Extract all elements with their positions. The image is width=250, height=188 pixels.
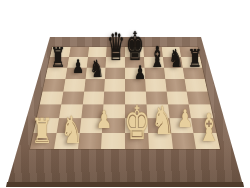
piece-white-king-e1[interactable]: ♚: [124, 101, 150, 147]
piece-white-pawn-g2[interactable]: ♟: [177, 107, 193, 131]
piece-black-rook-h8[interactable]: ♜: [188, 47, 202, 72]
piece-black-king-e8[interactable]: ♚: [126, 26, 144, 66]
square-d4[interactable]: [104, 91, 125, 104]
piece-black-pawn-b7[interactable]: ♟: [72, 57, 84, 76]
chessboard-product-photo: ♜♟♞♛♚♝♞♜♟♜♞♟♚♞♟♝: [0, 0, 250, 188]
piece-black-queen-d8[interactable]: ♛: [107, 28, 125, 66]
piece-black-knight-g8[interactable]: ♞: [169, 47, 183, 72]
square-d5[interactable]: [104, 79, 125, 91]
square-a4[interactable]: [40, 91, 63, 104]
square-c4[interactable]: [82, 91, 104, 104]
square-h5[interactable]: [185, 79, 208, 91]
piece-black-bishop-f8[interactable]: ♝: [149, 43, 164, 72]
piece-black-knight-c6[interactable]: ♞: [90, 57, 104, 81]
piece-white-knight-f2[interactable]: ♞: [151, 101, 174, 140]
square-f5[interactable]: [145, 79, 166, 91]
square-h4[interactable]: [187, 91, 210, 104]
piece-black-rook-a8[interactable]: ♜: [50, 45, 65, 72]
square-b5[interactable]: [63, 79, 85, 91]
piece-black-pawn-e6[interactable]: ♟: [134, 63, 146, 82]
square-a5[interactable]: [43, 79, 66, 91]
piece-white-pawn-d2[interactable]: ♟: [96, 108, 112, 132]
piece-white-knight-b1[interactable]: ♞: [61, 112, 83, 150]
square-g5[interactable]: [165, 79, 187, 91]
piece-white-rook-a1[interactable]: ♜: [31, 114, 53, 149]
square-b4[interactable]: [61, 91, 84, 104]
square-d1[interactable]: [101, 133, 125, 149]
piece-white-bishop-h1[interactable]: ♝: [198, 108, 220, 147]
